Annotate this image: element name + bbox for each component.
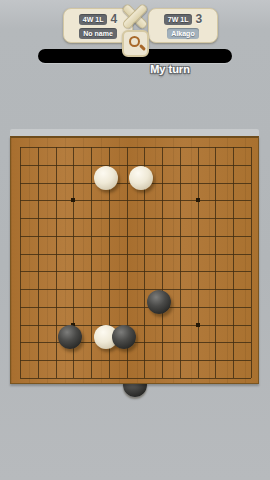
black-stone: [58, 325, 82, 349]
left-player-record-badge: 4W 1L: [79, 14, 108, 25]
grid-line-horizontal: [20, 360, 251, 361]
game-screen: 4W 1L 4 No name 7W 1L 3 AIkago My turn: [0, 0, 270, 480]
white-stone: [94, 166, 118, 190]
player-card-right: 7W 1L 3 AIkago: [148, 8, 218, 43]
star-point: [196, 323, 200, 327]
grid-line-vertical: [233, 147, 234, 378]
right-player-name: AIkago: [167, 28, 198, 39]
grid-line-horizontal: [20, 378, 251, 379]
right-player-record-badge: 7W 1L: [164, 14, 193, 25]
magnifier-button[interactable]: [122, 30, 149, 57]
star-point: [196, 198, 200, 202]
white-stone: [129, 166, 153, 190]
left-player-name: No name: [79, 28, 117, 39]
black-stone: [112, 325, 136, 349]
right-player-number: 3: [195, 12, 202, 26]
left-player-number: 4: [110, 12, 117, 26]
black-stone: [147, 290, 171, 314]
close-button[interactable]: [120, 2, 150, 32]
turn-label: My turn: [140, 63, 200, 75]
star-point: [71, 198, 75, 202]
go-board[interactable]: [10, 136, 259, 384]
magnifier-icon: [139, 44, 146, 51]
grid-line-vertical: [251, 147, 252, 378]
grid-line-horizontal: [20, 342, 251, 343]
